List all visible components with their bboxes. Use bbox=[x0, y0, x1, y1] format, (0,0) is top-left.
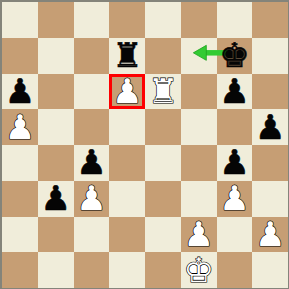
black-pawn[interactable]: ♟ bbox=[76, 145, 106, 180]
square-b2[interactable] bbox=[38, 217, 74, 253]
square-d6[interactable]: ♟ bbox=[109, 74, 145, 110]
square-d3[interactable] bbox=[109, 181, 145, 217]
black-pawn[interactable]: ♟ bbox=[255, 110, 285, 145]
square-a8[interactable] bbox=[2, 2, 38, 38]
white-pawn[interactable]: ♟ bbox=[255, 217, 285, 252]
square-f7[interactable] bbox=[181, 38, 217, 74]
square-g8[interactable] bbox=[217, 2, 253, 38]
white-pawn[interactable]: ♟ bbox=[5, 110, 35, 145]
square-b4[interactable] bbox=[38, 145, 74, 181]
black-pawn[interactable]: ♟ bbox=[5, 74, 35, 109]
square-e7[interactable] bbox=[145, 38, 181, 74]
square-a2[interactable] bbox=[2, 217, 38, 253]
square-d2[interactable] bbox=[109, 217, 145, 253]
square-g4[interactable]: ♟ bbox=[217, 145, 253, 181]
square-g1[interactable] bbox=[217, 252, 253, 288]
square-g6[interactable]: ♟ bbox=[217, 74, 253, 110]
square-c4[interactable]: ♟ bbox=[74, 145, 110, 181]
square-c7[interactable] bbox=[74, 38, 110, 74]
square-e1[interactable] bbox=[145, 252, 181, 288]
square-d8[interactable] bbox=[109, 2, 145, 38]
square-h1[interactable] bbox=[252, 252, 288, 288]
square-h7[interactable] bbox=[252, 38, 288, 74]
square-b1[interactable] bbox=[38, 252, 74, 288]
square-h6[interactable] bbox=[252, 74, 288, 110]
square-g7[interactable]: ♚ bbox=[217, 38, 253, 74]
square-a7[interactable] bbox=[2, 38, 38, 74]
square-f4[interactable] bbox=[181, 145, 217, 181]
square-b8[interactable] bbox=[38, 2, 74, 38]
white-king[interactable]: ♚ bbox=[183, 253, 213, 288]
square-h5[interactable]: ♟ bbox=[252, 109, 288, 145]
square-c8[interactable] bbox=[74, 2, 110, 38]
square-c2[interactable] bbox=[74, 217, 110, 253]
square-f5[interactable] bbox=[181, 109, 217, 145]
square-b6[interactable] bbox=[38, 74, 74, 110]
black-pawn[interactable]: ♟ bbox=[219, 145, 249, 180]
square-e8[interactable] bbox=[145, 2, 181, 38]
white-pawn[interactable]: ♟ bbox=[183, 217, 213, 252]
square-d7[interactable]: ♜ bbox=[109, 38, 145, 74]
square-a4[interactable] bbox=[2, 145, 38, 181]
square-a6[interactable]: ♟ bbox=[2, 74, 38, 110]
board-frame: ♜♚♟♟♜♟♟♟♟♟♟♟♟♟♟♚ bbox=[0, 0, 289, 289]
square-g3[interactable]: ♟ bbox=[217, 181, 253, 217]
square-d4[interactable] bbox=[109, 145, 145, 181]
square-b3[interactable]: ♟ bbox=[38, 181, 74, 217]
square-e4[interactable] bbox=[145, 145, 181, 181]
square-g5[interactable] bbox=[217, 109, 253, 145]
square-f8[interactable] bbox=[181, 2, 217, 38]
square-h3[interactable] bbox=[252, 181, 288, 217]
square-e3[interactable] bbox=[145, 181, 181, 217]
square-f6[interactable] bbox=[181, 74, 217, 110]
square-e5[interactable] bbox=[145, 109, 181, 145]
square-c1[interactable] bbox=[74, 252, 110, 288]
square-d5[interactable] bbox=[109, 109, 145, 145]
chess-board: ♜♚♟♟♜♟♟♟♟♟♟♟♟♟♟♚ bbox=[2, 2, 288, 288]
square-a3[interactable] bbox=[2, 181, 38, 217]
white-rook[interactable]: ♜ bbox=[148, 74, 178, 109]
square-e6[interactable]: ♜ bbox=[145, 74, 181, 110]
square-c5[interactable] bbox=[74, 109, 110, 145]
square-f3[interactable] bbox=[181, 181, 217, 217]
white-pawn[interactable]: ♟ bbox=[219, 181, 249, 216]
square-c6[interactable] bbox=[74, 74, 110, 110]
white-pawn[interactable]: ♟ bbox=[76, 181, 106, 216]
square-e2[interactable] bbox=[145, 217, 181, 253]
square-c3[interactable]: ♟ bbox=[74, 181, 110, 217]
square-g2[interactable] bbox=[217, 217, 253, 253]
square-b7[interactable] bbox=[38, 38, 74, 74]
square-a5[interactable]: ♟ bbox=[2, 109, 38, 145]
square-d1[interactable] bbox=[109, 252, 145, 288]
black-king[interactable]: ♚ bbox=[219, 38, 249, 73]
white-pawn[interactable]: ♟ bbox=[112, 74, 142, 109]
square-h4[interactable] bbox=[252, 145, 288, 181]
black-pawn[interactable]: ♟ bbox=[219, 74, 249, 109]
black-rook[interactable]: ♜ bbox=[112, 38, 142, 73]
black-pawn[interactable]: ♟ bbox=[40, 181, 70, 216]
square-f1[interactable]: ♚ bbox=[181, 252, 217, 288]
square-b5[interactable] bbox=[38, 109, 74, 145]
square-h8[interactable] bbox=[252, 2, 288, 38]
square-h2[interactable]: ♟ bbox=[252, 217, 288, 253]
square-f2[interactable]: ♟ bbox=[181, 217, 217, 253]
square-a1[interactable] bbox=[2, 252, 38, 288]
